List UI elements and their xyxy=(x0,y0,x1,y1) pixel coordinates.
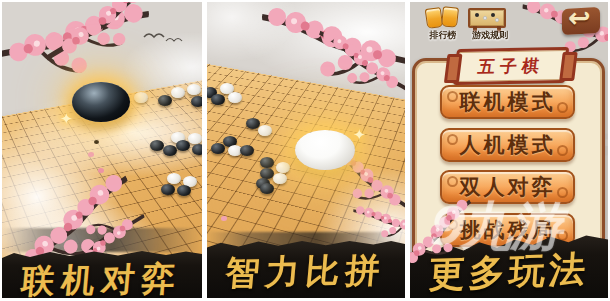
panel-online-play: ✦ 联机对弈 xyxy=(2,2,202,298)
back-button[interactable]: ↩ xyxy=(562,8,602,38)
panel-brain-battle: ✦ 智力比拼 xyxy=(207,2,405,298)
black-stone xyxy=(191,96,202,107)
black-stone xyxy=(211,94,225,105)
board-star-point xyxy=(94,140,99,144)
ink-band: 智力比拼 xyxy=(207,238,405,298)
panel-menu: 排行榜 游戏规则 ↩ 五子棋 联机模式 人机模式 双人对弈 挑战残局 xyxy=(410,2,608,298)
white-stone xyxy=(276,162,290,173)
black-stone xyxy=(176,140,190,151)
black-stone xyxy=(177,185,191,196)
trophy-cup-icon xyxy=(425,7,444,29)
rules-label: 游戏规则 xyxy=(460,29,520,42)
black-stone xyxy=(150,140,164,151)
black-stone xyxy=(192,144,202,155)
petal xyxy=(98,168,104,173)
cherry-blossom-branch xyxy=(352,193,405,248)
white-stone xyxy=(188,133,202,144)
black-stone xyxy=(158,95,172,106)
black-stone xyxy=(163,145,177,156)
trophy-cup-icon xyxy=(441,6,459,28)
white-stone xyxy=(187,84,201,95)
black-stone xyxy=(240,145,254,156)
white-stone xyxy=(134,92,148,103)
white-stone xyxy=(228,92,242,103)
black-stone xyxy=(211,143,225,154)
petal xyxy=(88,152,94,157)
sparkle-icon: ✦ xyxy=(353,126,366,144)
black-stone xyxy=(260,183,274,194)
promo-image: ✦ 联机对弈 ✦ 智力比拼 xyxy=(0,0,610,301)
big-white-stone xyxy=(295,130,355,170)
leaderboard-button[interactable] xyxy=(424,4,462,30)
game-title: 五子棋 xyxy=(477,55,546,76)
big-black-stone xyxy=(72,82,130,122)
petal xyxy=(221,216,227,221)
black-stone xyxy=(161,184,175,195)
birds-icon xyxy=(140,28,186,46)
return-arrow-icon: ↩ xyxy=(568,2,591,33)
caption-more-modes: 更多玩法 xyxy=(410,245,608,298)
go-board-table-icon xyxy=(468,8,506,28)
white-stone xyxy=(167,173,181,184)
white-stone xyxy=(258,125,272,136)
banner-end-ornament xyxy=(444,54,463,83)
button-vs-ai-mode[interactable]: 人机模式 xyxy=(440,128,575,162)
game-title-banner: 五子棋 xyxy=(453,47,570,85)
sparkle-icon: ✦ xyxy=(60,110,73,128)
black-stone xyxy=(260,157,274,168)
white-stone xyxy=(273,173,287,184)
white-stone xyxy=(171,87,185,98)
button-online-mode[interactable]: 联机模式 xyxy=(440,85,575,119)
